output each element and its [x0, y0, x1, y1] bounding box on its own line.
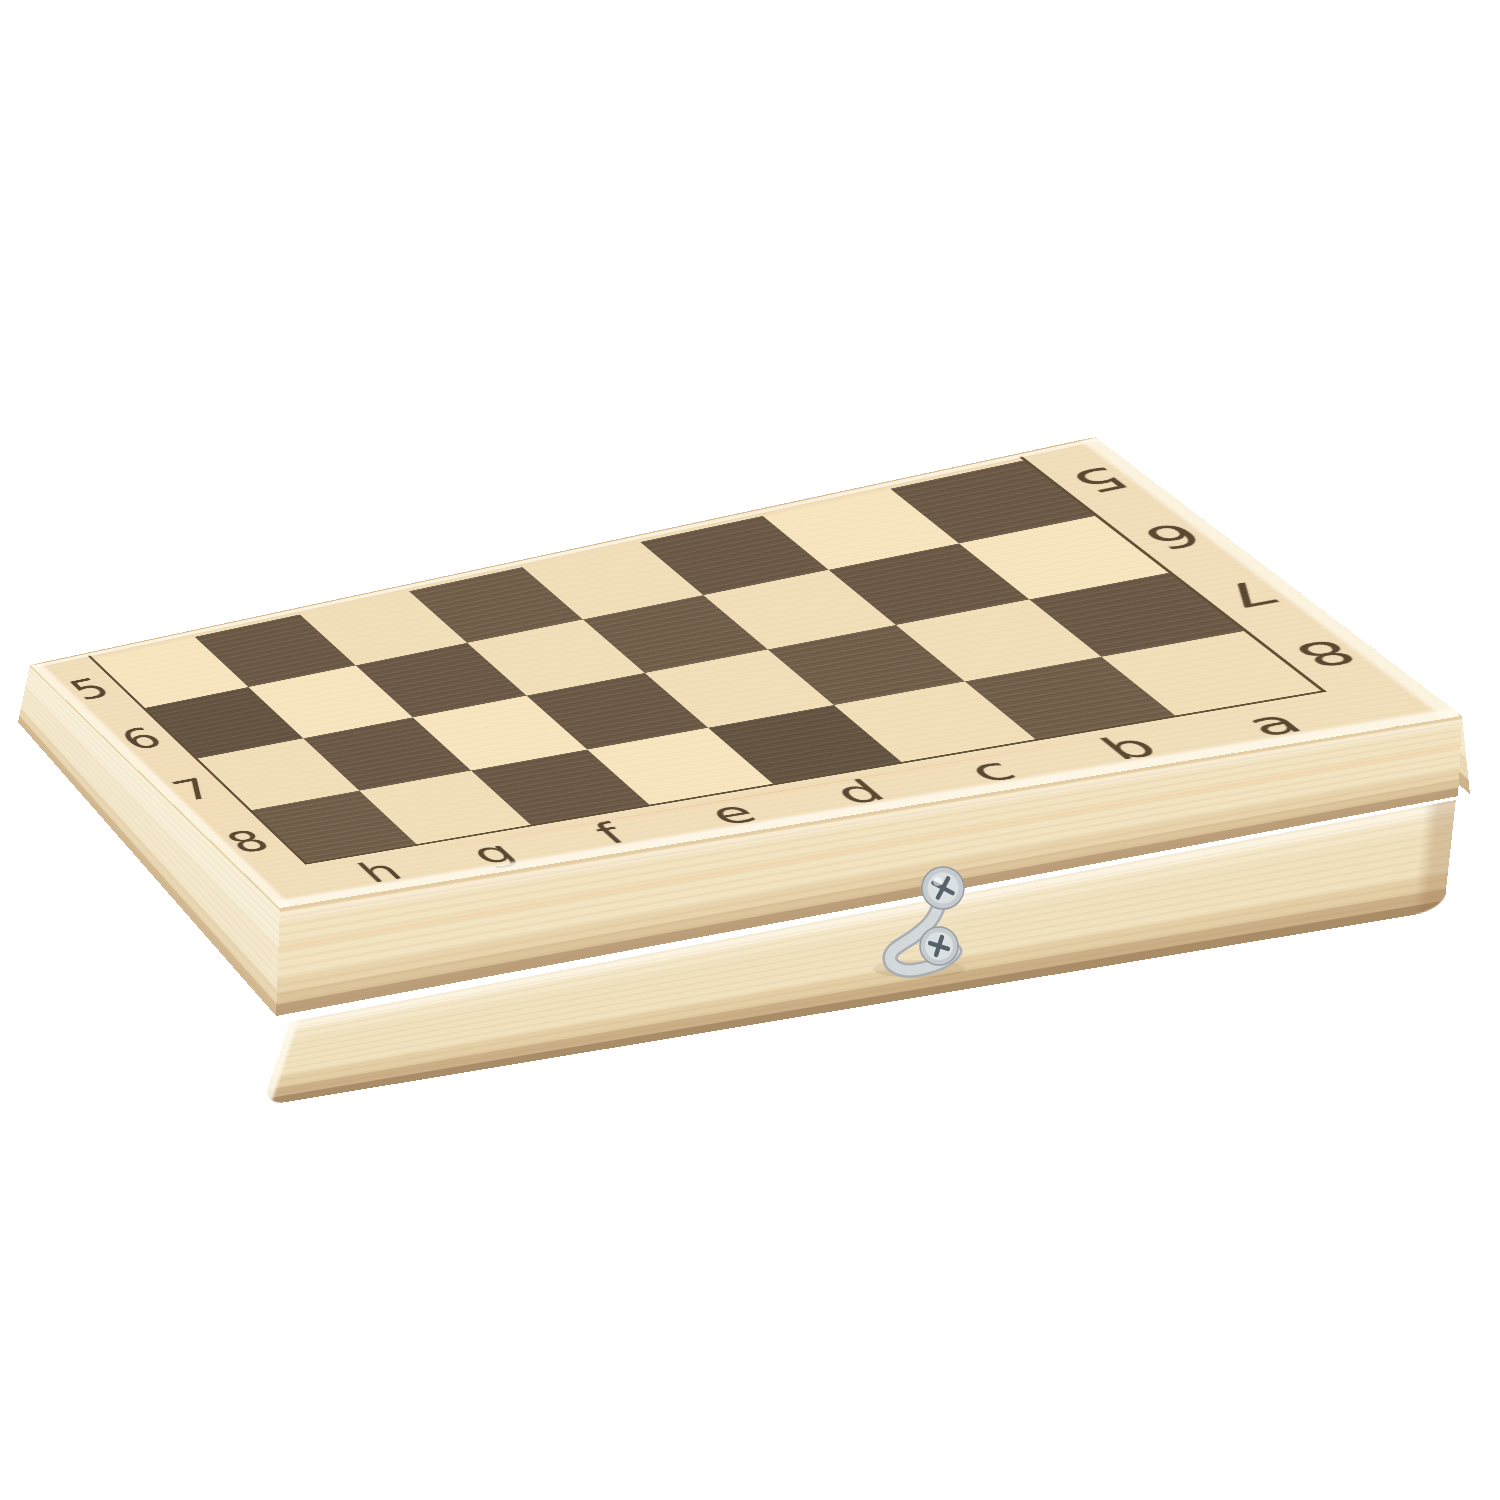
latch-highlight — [933, 877, 942, 886]
latch-hook — [855, 845, 1055, 1055]
product-photo-scene: 55667788hgfedcba — [0, 0, 1500, 1500]
